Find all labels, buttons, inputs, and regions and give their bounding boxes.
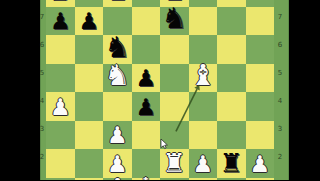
white-pawn-c3: ♟ [103,124,132,147]
square-b5[interactable] [75,64,104,93]
square-a7[interactable]: ♟ [46,7,75,36]
square-a1[interactable]: ♜ [46,178,75,181]
square-d5[interactable]: ♟ [132,64,161,93]
square-g2[interactable]: ♜ [217,149,246,178]
black-pawn-d4: ♟ [132,96,161,119]
square-e1[interactable] [160,178,189,181]
white-pawn-a4: ♟ [46,96,75,119]
rank-label-left-3: 3 [39,124,45,134]
rank-label-left-2: 2 [39,152,45,162]
square-a3[interactable] [46,121,75,150]
black-king-e8: ♚ [160,0,189,5]
black-bishop-c8: ♝ [103,0,132,5]
square-h5[interactable] [246,64,275,93]
square-c6[interactable]: ♞ [103,35,132,64]
square-e6[interactable] [160,35,189,64]
square-g3[interactable] [217,121,246,150]
black-pawn-a7: ♟ [46,10,75,33]
square-a6[interactable] [46,35,75,64]
black-rook-g2: ♜ [217,150,246,176]
white-rook-a1: ♜ [46,178,75,180]
rank-label-left-7: 7 [39,12,45,22]
white-knight-c5: ♞ [103,61,132,90]
square-b7[interactable]: ♟ [75,7,104,36]
square-f2[interactable]: ♟ [189,149,218,178]
square-c1[interactable]: ♝ [103,178,132,181]
square-g6[interactable] [217,35,246,64]
square-h6[interactable] [246,35,275,64]
square-f5[interactable]: ♝ [189,64,218,93]
rank-label-right-6: 6 [277,40,283,50]
square-g7[interactable] [217,7,246,36]
square-h1[interactable] [246,178,275,181]
black-knight-c6: ♞ [103,33,132,62]
square-e5[interactable] [160,64,189,93]
white-pawn-c2: ♟ [103,153,132,176]
rank-label-left-5: 5 [39,68,45,78]
square-f7[interactable] [189,7,218,36]
square-c4[interactable] [103,92,132,121]
square-e4[interactable] [160,92,189,121]
square-d3[interactable] [132,121,161,150]
square-h7[interactable] [246,7,275,36]
square-h3[interactable] [246,121,275,150]
square-b6[interactable] [75,35,104,64]
square-d7[interactable] [132,7,161,36]
square-c7[interactable] [103,7,132,36]
square-a2[interactable] [46,149,75,178]
rank-label-right-5: 5 [277,68,283,78]
black-knight-e7: ♞ [160,4,189,33]
chess-board[interactable]: ♛♝♚♟♟♞♞♞♟♝♟♟♟♟♜♟♜♟♜♝♚ [46,0,274,180]
square-d4[interactable]: ♟ [132,92,161,121]
square-d2[interactable] [132,149,161,178]
square-d1[interactable]: ♚ [132,178,161,181]
square-a5[interactable] [46,64,75,93]
white-bishop-f5: ♝ [189,61,218,90]
square-b2[interactable] [75,149,104,178]
square-e3[interactable] [160,121,189,150]
square-c2[interactable]: ♟ [103,149,132,178]
rank-label-right-3: 3 [277,124,283,134]
square-f6[interactable] [189,35,218,64]
square-e7[interactable]: ♞ [160,7,189,36]
white-queen-a8: ♛ [46,0,75,5]
square-f3[interactable] [189,121,218,150]
square-f1[interactable] [189,178,218,181]
square-d6[interactable] [132,35,161,64]
square-b4[interactable] [75,92,104,121]
square-f4[interactable] [189,92,218,121]
white-pawn-h2: ♟ [246,153,275,176]
square-b3[interactable] [75,121,104,150]
white-rook-e2: ♜ [160,150,189,176]
square-h2[interactable]: ♟ [246,149,275,178]
square-b1[interactable] [75,178,104,181]
rank-label-left-4: 4 [39,96,45,106]
black-pawn-d5: ♟ [132,67,161,90]
square-g4[interactable] [217,92,246,121]
black-pawn-b7: ♟ [75,10,104,33]
screenshot-stage: ♛♝♚♟♟♞♞♞♟♝♟♟♟♟♜♟♜♟♜♝♚ 765432 765432 [0,0,320,180]
square-g1[interactable] [217,178,246,181]
rank-label-right-4: 4 [277,96,283,106]
square-a4[interactable]: ♟ [46,92,75,121]
rank-label-right-7: 7 [277,12,283,22]
square-c5[interactable]: ♞ [103,64,132,93]
rank-label-left-6: 6 [39,40,45,50]
square-h4[interactable] [246,92,275,121]
white-pawn-f2: ♟ [189,153,218,176]
rank-label-right-2: 2 [277,152,283,162]
square-g5[interactable] [217,64,246,93]
square-e2[interactable]: ♜ [160,149,189,178]
square-c3[interactable]: ♟ [103,121,132,150]
